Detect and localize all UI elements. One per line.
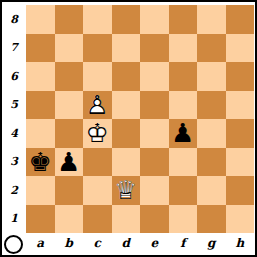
- white-queen-piece: ♕: [112, 176, 141, 205]
- rank-label-4: 4: [2, 119, 26, 148]
- white-king-piece: ♔: [83, 119, 112, 148]
- square-f1[interactable]: [169, 205, 198, 234]
- rank-labels: 8 7 6 5 4 3 2 1: [2, 5, 26, 233]
- square-h5[interactable]: [226, 91, 255, 120]
- square-b4[interactable]: [55, 119, 84, 148]
- square-d6[interactable]: [112, 62, 141, 91]
- rank-label-8: 8: [2, 5, 26, 34]
- black-pawn-piece: ♟: [55, 148, 84, 177]
- square-b6[interactable]: [55, 62, 84, 91]
- square-b2[interactable]: [55, 176, 84, 205]
- square-a4[interactable]: [26, 119, 55, 148]
- white-k-fill: ♚: [83, 119, 112, 148]
- square-f8[interactable]: [169, 5, 198, 34]
- square-a2[interactable]: [26, 176, 55, 205]
- square-d3[interactable]: [112, 148, 141, 177]
- square-h8[interactable]: [226, 5, 255, 34]
- square-f7[interactable]: [169, 34, 198, 63]
- chess-board: ♟♙♚♔♟♚♟♛♕: [26, 5, 254, 233]
- square-d2[interactable]: ♛♕: [112, 176, 141, 205]
- rank-label-7: 7: [2, 34, 26, 63]
- square-e5[interactable]: [140, 91, 169, 120]
- square-f6[interactable]: [169, 62, 198, 91]
- square-f2[interactable]: [169, 176, 198, 205]
- file-label-h: h: [226, 236, 255, 252]
- rank-label-1: 1: [2, 205, 26, 234]
- square-d4[interactable]: [112, 119, 141, 148]
- black-king-piece: ♚: [26, 148, 55, 177]
- square-a8[interactable]: [26, 5, 55, 34]
- square-g4[interactable]: [197, 119, 226, 148]
- square-d5[interactable]: [112, 91, 141, 120]
- square-e7[interactable]: [140, 34, 169, 63]
- square-g3[interactable]: [197, 148, 226, 177]
- square-e8[interactable]: [140, 5, 169, 34]
- file-label-e: e: [140, 236, 169, 252]
- square-g6[interactable]: [197, 62, 226, 91]
- file-label-d: d: [112, 236, 141, 252]
- square-f3[interactable]: [169, 148, 198, 177]
- square-b3[interactable]: ♟: [55, 148, 84, 177]
- square-f5[interactable]: [169, 91, 198, 120]
- square-h7[interactable]: [226, 34, 255, 63]
- square-g2[interactable]: [197, 176, 226, 205]
- square-a7[interactable]: [26, 34, 55, 63]
- square-a5[interactable]: [26, 91, 55, 120]
- white-p-fill: ♟: [83, 91, 112, 120]
- square-g5[interactable]: [197, 91, 226, 120]
- black-pawn-piece: ♟: [169, 119, 198, 148]
- square-c3[interactable]: [83, 148, 112, 177]
- square-b1[interactable]: [55, 205, 84, 234]
- square-f4[interactable]: ♟: [169, 119, 198, 148]
- square-a3[interactable]: ♚: [26, 148, 55, 177]
- rank-label-5: 5: [2, 91, 26, 120]
- chess-diagram: 8 7 6 5 4 3 2 1 ♟♙♚♔♟♚♟♛♕ a b c d e f g …: [0, 0, 257, 257]
- square-h3[interactable]: [226, 148, 255, 177]
- white-pawn-piece: ♙: [83, 91, 112, 120]
- square-c6[interactable]: [83, 62, 112, 91]
- square-e2[interactable]: [140, 176, 169, 205]
- square-g8[interactable]: [197, 5, 226, 34]
- square-e1[interactable]: [140, 205, 169, 234]
- file-label-f: f: [169, 236, 198, 252]
- square-e3[interactable]: [140, 148, 169, 177]
- square-h1[interactable]: [226, 205, 255, 234]
- square-d1[interactable]: [112, 205, 141, 234]
- white-q-fill: ♛: [112, 176, 141, 205]
- square-a1[interactable]: [26, 205, 55, 234]
- square-b8[interactable]: [55, 5, 84, 34]
- square-a6[interactable]: [26, 62, 55, 91]
- square-g7[interactable]: [197, 34, 226, 63]
- square-h6[interactable]: [226, 62, 255, 91]
- square-c4[interactable]: ♚♔: [83, 119, 112, 148]
- square-d7[interactable]: [112, 34, 141, 63]
- file-label-a: a: [26, 236, 55, 252]
- file-labels: a b c d e f g h: [26, 236, 254, 252]
- file-label-g: g: [197, 236, 226, 252]
- file-label-b: b: [55, 236, 84, 252]
- square-c8[interactable]: [83, 5, 112, 34]
- square-h4[interactable]: [226, 119, 255, 148]
- square-e4[interactable]: [140, 119, 169, 148]
- rank-label-3: 3: [2, 148, 26, 177]
- square-c5[interactable]: ♟♙: [83, 91, 112, 120]
- file-label-c: c: [83, 236, 112, 252]
- white-to-move-indicator: [4, 235, 23, 254]
- square-g1[interactable]: [197, 205, 226, 234]
- rank-label-2: 2: [2, 176, 26, 205]
- square-b5[interactable]: [55, 91, 84, 120]
- square-c7[interactable]: [83, 34, 112, 63]
- rank-label-6: 6: [2, 62, 26, 91]
- square-b7[interactable]: [55, 34, 84, 63]
- square-d8[interactable]: [112, 5, 141, 34]
- square-c1[interactable]: [83, 205, 112, 234]
- square-h2[interactable]: [226, 176, 255, 205]
- square-e6[interactable]: [140, 62, 169, 91]
- square-c2[interactable]: [83, 176, 112, 205]
